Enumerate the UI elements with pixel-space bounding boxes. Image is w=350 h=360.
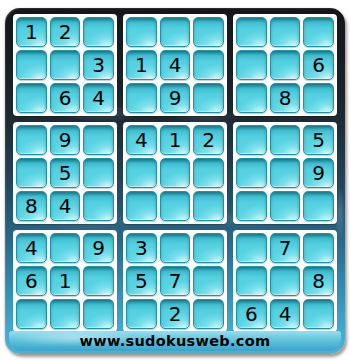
cell-r5-c1[interactable]	[16, 158, 47, 188]
cell-r6-c7[interactable]	[236, 191, 267, 221]
cell-r9-c3[interactable]	[83, 299, 114, 329]
cell-r3-c8[interactable]: 8	[270, 83, 301, 113]
cell-r8-c4[interactable]: 5	[126, 266, 157, 296]
cell-r9-c6[interactable]	[193, 299, 224, 329]
cell-r6-c9[interactable]	[303, 191, 334, 221]
cell-r6-c1[interactable]: 8	[16, 191, 47, 221]
cell-r4-c1[interactable]	[16, 125, 47, 155]
cell-r7-c9[interactable]	[303, 233, 334, 263]
cell-r7-c6[interactable]	[193, 233, 224, 263]
cell-r2-c9[interactable]: 6	[303, 50, 334, 80]
cell-r7-c2[interactable]	[50, 233, 81, 263]
cell-r4-c6[interactable]: 2	[193, 125, 224, 155]
cell-r3-c2[interactable]: 6	[50, 83, 81, 113]
cell-r8-c1[interactable]: 6	[16, 266, 47, 296]
block-3-2: 3572	[123, 230, 227, 332]
cell-r7-c7[interactable]	[236, 233, 267, 263]
block-2-3: 59	[233, 122, 337, 224]
cell-r8-c9[interactable]: 8	[303, 266, 334, 296]
block-2-1: 9584	[13, 122, 117, 224]
block-2-2: 412	[123, 122, 227, 224]
cell-r9-c1[interactable]	[16, 299, 47, 329]
cell-r8-c7[interactable]	[236, 266, 267, 296]
cell-r1-c4[interactable]	[126, 17, 157, 47]
cell-r1-c8[interactable]	[270, 17, 301, 47]
cell-r2-c4[interactable]: 1	[126, 50, 157, 80]
cell-r7-c5[interactable]	[160, 233, 191, 263]
cell-r5-c6[interactable]	[193, 158, 224, 188]
cell-r5-c2[interactable]: 5	[50, 158, 81, 188]
cell-r7-c1[interactable]: 4	[16, 233, 47, 263]
cell-r6-c3[interactable]	[83, 191, 114, 221]
cell-r4-c8[interactable]	[270, 125, 301, 155]
cell-r6-c2[interactable]: 4	[50, 191, 81, 221]
cell-r9-c4[interactable]	[126, 299, 157, 329]
cell-r9-c7[interactable]: 6	[236, 299, 267, 329]
cell-r4-c5[interactable]: 1	[160, 125, 191, 155]
cell-r1-c9[interactable]	[303, 17, 334, 47]
cell-r7-c4[interactable]: 3	[126, 233, 157, 263]
cell-r2-c2[interactable]	[50, 50, 81, 80]
cell-r6-c5[interactable]	[160, 191, 191, 221]
cell-r4-c3[interactable]	[83, 125, 114, 155]
cell-r5-c9[interactable]: 9	[303, 158, 334, 188]
cell-r1-c5[interactable]	[160, 17, 191, 47]
sudoku-board: 1236414968958441259496135727864	[13, 14, 337, 332]
cell-r1-c6[interactable]	[193, 17, 224, 47]
cell-r4-c7[interactable]	[236, 125, 267, 155]
block-1-3: 68	[233, 14, 337, 116]
cell-r8-c2[interactable]: 1	[50, 266, 81, 296]
cell-r9-c8[interactable]: 4	[270, 299, 301, 329]
cell-r1-c3[interactable]	[83, 17, 114, 47]
cell-r8-c6[interactable]	[193, 266, 224, 296]
cell-r8-c3[interactable]	[83, 266, 114, 296]
cell-r3-c5[interactable]: 9	[160, 83, 191, 113]
block-1-1: 12364	[13, 14, 117, 116]
cell-r3-c9[interactable]	[303, 83, 334, 113]
cell-r7-c3[interactable]: 9	[83, 233, 114, 263]
cell-r5-c5[interactable]	[160, 158, 191, 188]
cell-r4-c2[interactable]: 9	[50, 125, 81, 155]
cell-r1-c2[interactable]: 2	[50, 17, 81, 47]
footer-url: www.sudokusweb.com	[9, 331, 341, 351]
cell-r5-c7[interactable]	[236, 158, 267, 188]
cell-r2-c6[interactable]	[193, 50, 224, 80]
cell-r8-c5[interactable]: 7	[160, 266, 191, 296]
cell-r2-c1[interactable]	[16, 50, 47, 80]
block-1-2: 149	[123, 14, 227, 116]
cell-r5-c3[interactable]	[83, 158, 114, 188]
cell-r9-c2[interactable]	[50, 299, 81, 329]
cell-r2-c7[interactable]	[236, 50, 267, 80]
block-3-1: 4961	[13, 230, 117, 332]
cell-r2-c8[interactable]	[270, 50, 301, 80]
cell-r3-c3[interactable]: 4	[83, 83, 114, 113]
cell-r4-c9[interactable]: 5	[303, 125, 334, 155]
cell-r1-c7[interactable]	[236, 17, 267, 47]
cell-r2-c5[interactable]: 4	[160, 50, 191, 80]
cell-r2-c3[interactable]: 3	[83, 50, 114, 80]
cell-r3-c7[interactable]	[236, 83, 267, 113]
cell-r9-c9[interactable]	[303, 299, 334, 329]
cell-r7-c8[interactable]: 7	[270, 233, 301, 263]
board-frame: 1236414968958441259496135727864 www.sudo…	[5, 8, 345, 354]
cell-r3-c6[interactable]	[193, 83, 224, 113]
cell-r3-c1[interactable]	[16, 83, 47, 113]
cell-r5-c4[interactable]	[126, 158, 157, 188]
cell-r5-c8[interactable]	[270, 158, 301, 188]
cell-r1-c1[interactable]: 1	[16, 17, 47, 47]
cell-r8-c8[interactable]	[270, 266, 301, 296]
cell-r6-c6[interactable]	[193, 191, 224, 221]
cell-r6-c4[interactable]	[126, 191, 157, 221]
cell-r6-c8[interactable]	[270, 191, 301, 221]
cell-r9-c5[interactable]: 2	[160, 299, 191, 329]
cell-r4-c4[interactable]: 4	[126, 125, 157, 155]
cell-r3-c4[interactable]	[126, 83, 157, 113]
block-3-3: 7864	[233, 230, 337, 332]
